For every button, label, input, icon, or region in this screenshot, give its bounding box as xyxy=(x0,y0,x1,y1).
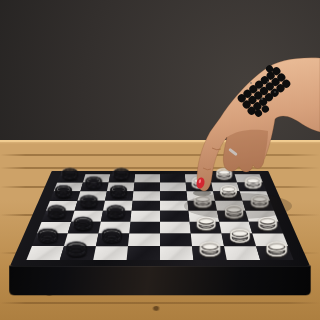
hand-silhouette xyxy=(197,58,320,191)
hand xyxy=(0,0,320,320)
hand-shadow xyxy=(184,193,292,219)
scene: ⛂⛂⛂⛂⛂⛂⛂⛂⛂⛂⛂⛂⛂⛂⛂⛂⛂⛂⛂⛂⛂⛂⛂⛂ xyxy=(0,0,320,320)
